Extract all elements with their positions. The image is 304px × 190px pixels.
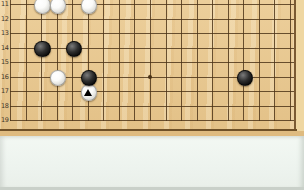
board-right-margin <box>296 0 304 136</box>
row-label: 11 <box>1 1 10 8</box>
white-stone-3-11 <box>34 0 50 14</box>
white-stone-4-16 <box>50 70 66 86</box>
go-board[interactable]: 111213141516171819 <box>0 0 304 136</box>
grid-row-line <box>10 120 294 121</box>
bottom-panel <box>0 136 304 190</box>
go-app-screenshot: 111213141516171819 <box>0 0 304 190</box>
black-stone-16-16 <box>237 70 253 86</box>
row-label: 12 <box>1 16 10 23</box>
black-stone-3-14 <box>34 41 50 57</box>
white-stone-6-17 <box>81 84 97 100</box>
grid-row-line <box>10 33 294 34</box>
row-label: 15 <box>1 59 10 66</box>
grid-row-line <box>10 48 294 49</box>
row-label: 13 <box>1 30 10 37</box>
row-label: 17 <box>1 88 10 95</box>
row-label: 18 <box>1 103 10 110</box>
white-stone-6-11 <box>81 0 97 14</box>
bottom-edge-strip <box>0 187 304 190</box>
row-label: 16 <box>1 74 10 81</box>
grid-row-line <box>10 19 294 20</box>
black-stone-5-14 <box>66 41 82 57</box>
last-move-triangle-marker <box>84 89 92 96</box>
grid-row-line <box>10 62 294 63</box>
white-stone-4-11 <box>50 0 66 14</box>
row-label: 19 <box>1 117 10 124</box>
grid-row-line <box>10 106 294 107</box>
grid-row-line <box>10 91 294 92</box>
row-label: 14 <box>1 45 10 52</box>
black-stone-6-16 <box>81 70 97 86</box>
star-point <box>148 75 152 79</box>
